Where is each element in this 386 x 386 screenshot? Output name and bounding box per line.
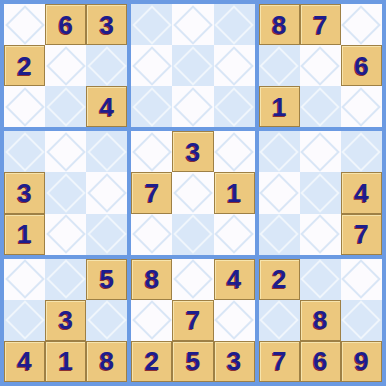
given-cell-r3c7: 1 <box>259 86 300 127</box>
empty-cell-r5c7[interactable] <box>259 172 300 213</box>
given-cell-r1c2: 6 <box>45 4 86 45</box>
empty-cell-r4c2[interactable] <box>45 131 86 172</box>
empty-cell-r4c3[interactable] <box>86 131 127 172</box>
given-cell-r8c5: 7 <box>172 300 213 341</box>
empty-cell-r6c8[interactable] <box>300 214 341 255</box>
given-cell-r9c4: 2 <box>131 341 172 382</box>
empty-cell-r2c2[interactable] <box>45 45 86 86</box>
given-cell-r3c3: 4 <box>86 86 127 127</box>
box-r1c1: 6324 <box>4 4 127 127</box>
box-r3c2: 847253 <box>131 259 254 382</box>
empty-cell-r2c3[interactable] <box>86 45 127 86</box>
empty-cell-r6c2[interactable] <box>45 214 86 255</box>
empty-cell-r4c4[interactable] <box>131 131 172 172</box>
empty-cell-r4c9[interactable] <box>341 131 382 172</box>
empty-cell-r6c4[interactable] <box>131 214 172 255</box>
empty-cell-r3c5[interactable] <box>172 86 213 127</box>
box-r2c3: 47 <box>259 131 382 254</box>
empty-cell-r3c8[interactable] <box>300 86 341 127</box>
empty-cell-r1c5[interactable] <box>172 4 213 45</box>
empty-cell-r4c6[interactable] <box>214 131 255 172</box>
empty-cell-r3c2[interactable] <box>45 86 86 127</box>
empty-cell-r1c9[interactable] <box>341 4 382 45</box>
empty-cell-r8c1[interactable] <box>4 300 45 341</box>
empty-cell-r1c6[interactable] <box>214 4 255 45</box>
empty-cell-r4c7[interactable] <box>259 131 300 172</box>
given-cell-r5c4: 7 <box>131 172 172 213</box>
box-r3c1: 53418 <box>4 259 127 382</box>
empty-cell-r8c9[interactable] <box>341 300 382 341</box>
empty-cell-r7c8[interactable] <box>300 259 341 300</box>
box-r3c3: 28769 <box>259 259 382 382</box>
empty-cell-r7c1[interactable] <box>4 259 45 300</box>
given-cell-r6c9: 7 <box>341 214 382 255</box>
empty-cell-r7c5[interactable] <box>172 259 213 300</box>
empty-cell-r5c8[interactable] <box>300 172 341 213</box>
box-r2c1: 31 <box>4 131 127 254</box>
given-cell-r2c9: 6 <box>341 45 382 86</box>
given-cell-r6c1: 1 <box>4 214 45 255</box>
given-cell-r9c7: 7 <box>259 341 300 382</box>
empty-cell-r6c5[interactable] <box>172 214 213 255</box>
given-cell-r9c1: 4 <box>4 341 45 382</box>
given-cell-r9c5: 5 <box>172 341 213 382</box>
empty-cell-r7c9[interactable] <box>341 259 382 300</box>
given-cell-r9c9: 9 <box>341 341 382 382</box>
given-cell-r1c8: 7 <box>300 4 341 45</box>
given-cell-r9c6: 3 <box>214 341 255 382</box>
sudoku-board: 6324876131371475341884725328769 <box>0 0 386 386</box>
given-cell-r1c7: 8 <box>259 4 300 45</box>
given-cell-r2c1: 2 <box>4 45 45 86</box>
empty-cell-r8c6[interactable] <box>214 300 255 341</box>
empty-cell-r2c8[interactable] <box>300 45 341 86</box>
given-cell-r9c8: 6 <box>300 341 341 382</box>
empty-cell-r6c6[interactable] <box>214 214 255 255</box>
empty-cell-r8c4[interactable] <box>131 300 172 341</box>
empty-cell-r3c9[interactable] <box>341 86 382 127</box>
box-r1c2 <box>131 4 254 127</box>
empty-cell-r6c7[interactable] <box>259 214 300 255</box>
empty-cell-r3c4[interactable] <box>131 86 172 127</box>
given-cell-r7c6: 4 <box>214 259 255 300</box>
empty-cell-r1c1[interactable] <box>4 4 45 45</box>
box-r2c2: 371 <box>131 131 254 254</box>
empty-cell-r2c5[interactable] <box>172 45 213 86</box>
box-r1c3: 8761 <box>259 4 382 127</box>
empty-cell-r6c3[interactable] <box>86 214 127 255</box>
given-cell-r7c4: 8 <box>131 259 172 300</box>
empty-cell-r5c3[interactable] <box>86 172 127 213</box>
given-cell-r1c3: 3 <box>86 4 127 45</box>
given-cell-r5c6: 1 <box>214 172 255 213</box>
empty-cell-r3c1[interactable] <box>4 86 45 127</box>
empty-cell-r8c7[interactable] <box>259 300 300 341</box>
empty-cell-r4c1[interactable] <box>4 131 45 172</box>
given-cell-r8c2: 3 <box>45 300 86 341</box>
empty-cell-r4c8[interactable] <box>300 131 341 172</box>
empty-cell-r2c6[interactable] <box>214 45 255 86</box>
empty-cell-r2c4[interactable] <box>131 45 172 86</box>
empty-cell-r7c2[interactable] <box>45 259 86 300</box>
empty-cell-r1c4[interactable] <box>131 4 172 45</box>
empty-cell-r5c2[interactable] <box>45 172 86 213</box>
given-cell-r5c9: 4 <box>341 172 382 213</box>
empty-cell-r3c6[interactable] <box>214 86 255 127</box>
given-cell-r8c8: 8 <box>300 300 341 341</box>
given-cell-r4c5: 3 <box>172 131 213 172</box>
empty-cell-r8c3[interactable] <box>86 300 127 341</box>
given-cell-r7c3: 5 <box>86 259 127 300</box>
given-cell-r9c3: 8 <box>86 341 127 382</box>
given-cell-r5c1: 3 <box>4 172 45 213</box>
empty-cell-r2c7[interactable] <box>259 45 300 86</box>
given-cell-r9c2: 1 <box>45 341 86 382</box>
given-cell-r7c7: 2 <box>259 259 300 300</box>
empty-cell-r5c5[interactable] <box>172 172 213 213</box>
